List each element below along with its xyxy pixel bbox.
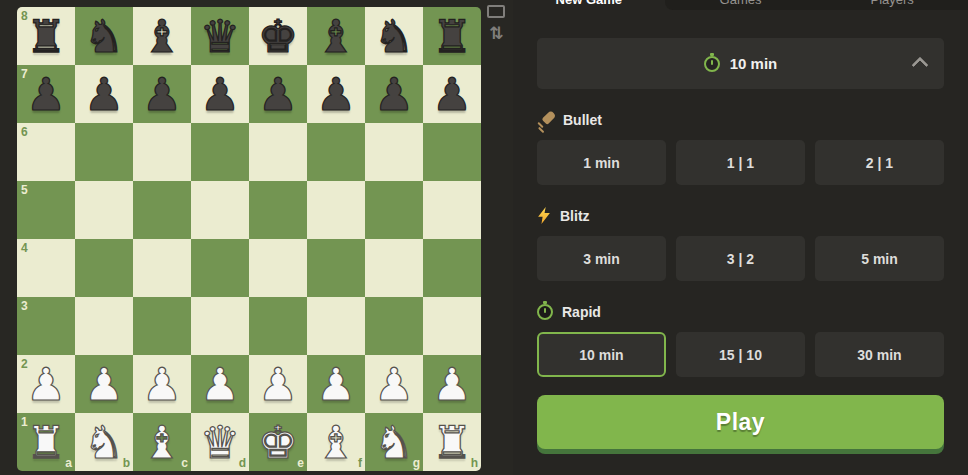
focus-mode-icon[interactable] <box>487 5 505 18</box>
square-h6[interactable] <box>423 123 481 181</box>
square-c7[interactable]: ♟ <box>133 65 191 123</box>
square-c8[interactable]: ♝ <box>133 7 191 65</box>
piece-white-knight-g1[interactable]: ♞ <box>365 413 423 471</box>
square-g5[interactable] <box>365 181 423 239</box>
piece-black-bishop-f8[interactable]: ♝ <box>307 7 365 65</box>
rank-label: 5 <box>21 184 28 196</box>
piece-white-pawn-h2[interactable]: ♟ <box>423 355 481 413</box>
tab-players[interactable]: Players <box>816 0 968 10</box>
piece-black-queen-d8[interactable]: ♛ <box>191 7 249 65</box>
piece-black-pawn-c7[interactable]: ♟ <box>133 65 191 123</box>
square-e8[interactable]: ♚ <box>249 7 307 65</box>
section-rapid: Rapid10 min15 | 1030 min <box>537 303 944 377</box>
bullet-icon <box>537 111 554 128</box>
section-header: Rapid <box>537 303 944 320</box>
selected-time-control: 10 min <box>730 55 778 72</box>
square-d7[interactable]: ♟ <box>191 65 249 123</box>
time-option-10-min[interactable]: 10 min <box>537 332 666 377</box>
section-header: Blitz <box>537 207 944 224</box>
tab-games[interactable]: Games <box>665 0 817 10</box>
piece-white-pawn-a2[interactable]: ♟ <box>17 355 75 413</box>
piece-black-bishop-c8[interactable]: ♝ <box>133 7 191 65</box>
square-c6[interactable] <box>133 123 191 181</box>
square-d3[interactable] <box>191 297 249 355</box>
time-option-3-min[interactable]: 3 min <box>537 236 666 281</box>
square-a5[interactable]: 5 <box>17 181 75 239</box>
square-h3[interactable] <box>423 297 481 355</box>
piece-white-pawn-e2[interactable]: ♟ <box>249 355 307 413</box>
piece-black-pawn-h7[interactable]: ♟ <box>423 65 481 123</box>
piece-black-pawn-b7[interactable]: ♟ <box>75 65 133 123</box>
piece-white-rook-h1[interactable]: ♜ <box>423 413 481 471</box>
piece-black-rook-a8[interactable]: ♜ <box>17 7 75 65</box>
lightning-icon <box>537 207 551 224</box>
square-e6[interactable] <box>249 123 307 181</box>
time-option-1-min[interactable]: 1 min <box>537 140 666 185</box>
board-side-tools: ⇅ <box>487 5 505 42</box>
piece-white-bishop-c1[interactable]: ♝ <box>133 413 191 471</box>
piece-white-pawn-c2[interactable]: ♟ <box>133 355 191 413</box>
square-a4[interactable]: 4 <box>17 239 75 297</box>
time-option-5-min[interactable]: 5 min <box>815 236 944 281</box>
section-blitz: Blitz3 min3 | 25 min <box>537 207 944 281</box>
piece-white-rook-a1[interactable]: ♜ <box>17 413 75 471</box>
square-d1[interactable]: d♛ <box>191 413 249 471</box>
square-b2[interactable]: ♟ <box>75 355 133 413</box>
square-f3[interactable] <box>307 297 365 355</box>
square-e2[interactable]: ♟ <box>249 355 307 413</box>
square-e5[interactable] <box>249 181 307 239</box>
piece-black-pawn-g7[interactable]: ♟ <box>365 65 423 123</box>
stopwatch-icon <box>704 56 720 72</box>
chevron-up-icon <box>912 56 929 73</box>
square-f8[interactable]: ♝ <box>307 7 365 65</box>
square-a6[interactable]: 6 <box>17 123 75 181</box>
square-g7[interactable]: ♟ <box>365 65 423 123</box>
new-game-panel: New Game Games Players 10 min Bullet1 mi… <box>513 0 968 475</box>
square-g1[interactable]: g♞ <box>365 413 423 471</box>
app-root: 8♜♞♝♛♚♝♞♜7♟♟♟♟♟♟♟♟65432♟♟♟♟♟♟♟♟1a♜b♞c♝d♛… <box>0 0 968 475</box>
piece-white-king-e1[interactable]: ♚ <box>249 413 307 471</box>
square-h1[interactable]: h♜ <box>423 413 481 471</box>
rank-label: 4 <box>21 242 28 254</box>
piece-black-pawn-d7[interactable]: ♟ <box>191 65 249 123</box>
square-f6[interactable] <box>307 123 365 181</box>
square-g6[interactable] <box>365 123 423 181</box>
rank-label: 6 <box>21 126 28 138</box>
time-control-sections: Bullet1 min1 | 12 | 1Blitz3 min3 | 25 mi… <box>537 89 944 377</box>
square-a7[interactable]: 7♟ <box>17 65 75 123</box>
section-label: Blitz <box>560 208 590 224</box>
time-option-grid: 1 min1 | 12 | 1 <box>537 140 944 185</box>
square-c4[interactable] <box>133 239 191 297</box>
square-c5[interactable] <box>133 181 191 239</box>
tab-new-game[interactable]: New Game <box>513 0 665 10</box>
time-option-15-10[interactable]: 15 | 10 <box>676 332 805 377</box>
piece-black-rook-h8[interactable]: ♜ <box>423 7 481 65</box>
square-e3[interactable] <box>249 297 307 355</box>
square-a3[interactable]: 3 <box>17 297 75 355</box>
square-b4[interactable] <box>75 239 133 297</box>
new-game-content: 10 min Bullet1 min1 | 12 | 1Blitz3 min3 … <box>513 10 968 449</box>
time-option-grid: 10 min15 | 1030 min <box>537 332 944 377</box>
chess-board[interactable]: 8♜♞♝♛♚♝♞♜7♟♟♟♟♟♟♟♟65432♟♟♟♟♟♟♟♟1a♜b♞c♝d♛… <box>17 7 481 471</box>
square-c2[interactable]: ♟ <box>133 355 191 413</box>
square-d5[interactable] <box>191 181 249 239</box>
section-label: Bullet <box>563 112 602 128</box>
square-c3[interactable] <box>133 297 191 355</box>
flip-board-icon[interactable]: ⇅ <box>489 25 503 42</box>
section-label: Rapid <box>562 304 601 320</box>
time-option-grid: 3 min3 | 25 min <box>537 236 944 281</box>
square-g8[interactable]: ♞ <box>365 7 423 65</box>
square-a8[interactable]: 8♜ <box>17 7 75 65</box>
square-f5[interactable] <box>307 181 365 239</box>
square-b7[interactable]: ♟ <box>75 65 133 123</box>
stopwatch-icon <box>537 304 553 320</box>
tab-bar: New Game Games Players <box>513 0 968 10</box>
square-f7[interactable]: ♟ <box>307 65 365 123</box>
square-h4[interactable] <box>423 239 481 297</box>
piece-black-knight-b8[interactable]: ♞ <box>75 7 133 65</box>
piece-black-knight-g8[interactable]: ♞ <box>365 7 423 65</box>
time-option-1-1[interactable]: 1 | 1 <box>676 140 805 185</box>
piece-white-pawn-d2[interactable]: ♟ <box>191 355 249 413</box>
piece-white-pawn-f2[interactable]: ♟ <box>307 355 365 413</box>
piece-black-pawn-f7[interactable]: ♟ <box>307 65 365 123</box>
square-a1[interactable]: 1a♜ <box>17 413 75 471</box>
square-d8[interactable]: ♛ <box>191 7 249 65</box>
square-g3[interactable] <box>365 297 423 355</box>
square-f4[interactable] <box>307 239 365 297</box>
square-b6[interactable] <box>75 123 133 181</box>
piece-white-knight-b1[interactable]: ♞ <box>75 413 133 471</box>
square-b8[interactable]: ♞ <box>75 7 133 65</box>
piece-black-king-e8[interactable]: ♚ <box>249 7 307 65</box>
square-h7[interactable]: ♟ <box>423 65 481 123</box>
square-a2[interactable]: 2♟ <box>17 355 75 413</box>
square-h5[interactable] <box>423 181 481 239</box>
board-area: 8♜♞♝♛♚♝♞♜7♟♟♟♟♟♟♟♟65432♟♟♟♟♟♟♟♟1a♜b♞c♝d♛… <box>0 0 513 475</box>
piece-white-pawn-g2[interactable]: ♟ <box>365 355 423 413</box>
square-b5[interactable] <box>75 181 133 239</box>
square-g2[interactable]: ♟ <box>365 355 423 413</box>
piece-black-pawn-e7[interactable]: ♟ <box>249 65 307 123</box>
square-f2[interactable]: ♟ <box>307 355 365 413</box>
square-e7[interactable]: ♟ <box>249 65 307 123</box>
square-h2[interactable]: ♟ <box>423 355 481 413</box>
square-d4[interactable] <box>191 239 249 297</box>
time-option-3-2[interactable]: 3 | 2 <box>676 236 805 281</box>
square-c1[interactable]: c♝ <box>133 413 191 471</box>
rank-label: 3 <box>21 300 28 312</box>
piece-black-pawn-a7[interactable]: ♟ <box>17 65 75 123</box>
piece-white-bishop-f1[interactable]: ♝ <box>307 413 365 471</box>
square-e4[interactable] <box>249 239 307 297</box>
square-f1[interactable]: f♝ <box>307 413 365 471</box>
piece-white-queen-d1[interactable]: ♛ <box>191 413 249 471</box>
square-b1[interactable]: b♞ <box>75 413 133 471</box>
square-b3[interactable] <box>75 297 133 355</box>
play-button[interactable]: Play <box>537 395 944 449</box>
piece-white-pawn-b2[interactable]: ♟ <box>75 355 133 413</box>
square-d6[interactable] <box>191 123 249 181</box>
section-header: Bullet <box>537 111 944 128</box>
square-g4[interactable] <box>365 239 423 297</box>
square-d2[interactable]: ♟ <box>191 355 249 413</box>
time-control-dropdown[interactable]: 10 min <box>537 38 944 89</box>
square-h8[interactable]: ♜ <box>423 7 481 65</box>
square-e1[interactable]: e♚ <box>249 413 307 471</box>
section-bullet: Bullet1 min1 | 12 | 1 <box>537 111 944 185</box>
time-option-2-1[interactable]: 2 | 1 <box>815 140 944 185</box>
time-option-30-min[interactable]: 30 min <box>815 332 944 377</box>
